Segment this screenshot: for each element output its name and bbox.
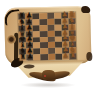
board-square[interactable]: ♜ bbox=[69, 53, 76, 59]
chess-table: ♜♟♟♜♞♟♟♞♝♟♟♝♛♟♟♛♚♟♟♚♝♟♟♝♞♟♟♞♜♟♟♜ bbox=[4, 6, 93, 80]
bark-edge-right bbox=[86, 52, 92, 61]
chess-board[interactable]: ♜♟♟♜♞♟♟♞♝♟♟♝♛♟♟♛♚♟♟♚♝♟♟♝♞♟♟♞♜♟♟♜ bbox=[18, 12, 76, 60]
chess-table-photo: ♜♟♟♜♞♟♟♞♝♟♟♝♛♟♟♛♚♟♟♚♝♟♟♝♞♟♟♞♜♟♟♜ bbox=[0, 0, 96, 96]
chess-piece-black-p[interactable]: ♟ bbox=[27, 53, 33, 60]
floor-shadow bbox=[20, 82, 76, 88]
chess-piece-white-r[interactable]: ♜ bbox=[70, 52, 76, 59]
chess-piece-black-r[interactable]: ♜ bbox=[20, 54, 26, 61]
bark-edge-top-right bbox=[81, 6, 90, 13]
chess-piece-white-p[interactable]: ♟ bbox=[62, 53, 68, 60]
